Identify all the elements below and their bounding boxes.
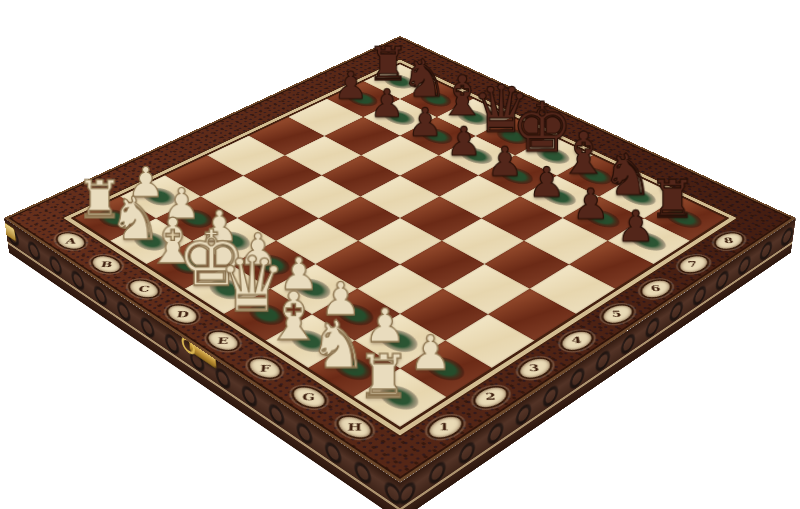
- file-label-c: C: [122, 275, 167, 301]
- rank-label-1: 1: [419, 411, 470, 444]
- rank-label-text: 7: [687, 260, 699, 269]
- rank-label-text: 5: [611, 309, 622, 319]
- file-label-g: G: [285, 381, 334, 412]
- file-label-text: E: [217, 335, 229, 345]
- black-pawn: ♟: [407, 103, 442, 142]
- file-label-text: A: [65, 236, 78, 244]
- file-label-text: G: [302, 391, 316, 402]
- file-label-text: B: [100, 260, 114, 269]
- rank-label-6: 6: [633, 275, 678, 301]
- scene: ABCDEFGH12345678♜♞♝♛♚♝♞♜♟♟♟♟♟♟♟♟♟♟♟♟♟♟♟♟…: [0, 0, 800, 509]
- black-pawn: ♟: [334, 67, 368, 105]
- black-rook: ♜: [649, 173, 696, 225]
- file-label-a: A: [50, 229, 93, 253]
- black-pawn: ♟: [528, 162, 565, 203]
- rank-label-text: 6: [650, 284, 661, 293]
- file-label-h: H: [330, 411, 381, 444]
- rank-label-4: 4: [553, 326, 600, 355]
- rank-label-text: 3: [529, 363, 540, 373]
- rank-label-text: 2: [485, 391, 496, 402]
- rank-label-2: 2: [466, 381, 515, 412]
- board-top: ABCDEFGH12345678♜♞♝♛♚♝♞♜♟♟♟♟♟♟♟♟♟♟♟♟♟♟♟♟…: [4, 36, 796, 483]
- brass-hinge: [2, 221, 15, 240]
- file-label-text: D: [176, 309, 190, 319]
- file-label-text: F: [260, 363, 271, 373]
- file-label-f: F: [241, 353, 289, 383]
- white-pawn: ♟: [409, 330, 452, 378]
- white-rook: ♜: [357, 346, 411, 406]
- file-label-text: H: [348, 421, 363, 432]
- rank-label-7: 7: [671, 252, 715, 277]
- black-pawn: ♟: [370, 85, 405, 124]
- black-pawn: ♟: [487, 142, 524, 183]
- rank-label-text: 4: [571, 335, 582, 345]
- file-label-text: C: [138, 284, 151, 293]
- rank-label-8: 8: [707, 229, 750, 253]
- chess-box: ABCDEFGH12345678♜♞♝♛♚♝♞♜♟♟♟♟♟♟♟♟♟♟♟♟♟♟♟♟…: [4, 36, 796, 483]
- black-pawn: ♟: [446, 122, 482, 162]
- rank-label-5: 5: [594, 300, 640, 328]
- black-pawn: ♟: [572, 183, 610, 225]
- black-pawn: ♟: [617, 205, 656, 248]
- rank-label-3: 3: [511, 353, 559, 383]
- rank-label-text: 8: [723, 236, 735, 244]
- photo-canvas: ABCDEFGH12345678♜♞♝♛♚♝♞♜♟♟♟♟♟♟♟♟♟♟♟♟♟♟♟♟…: [0, 0, 800, 509]
- file-label-b: B: [85, 252, 129, 277]
- rank-label-text: 1: [439, 421, 450, 432]
- file-label-d: D: [160, 300, 206, 328]
